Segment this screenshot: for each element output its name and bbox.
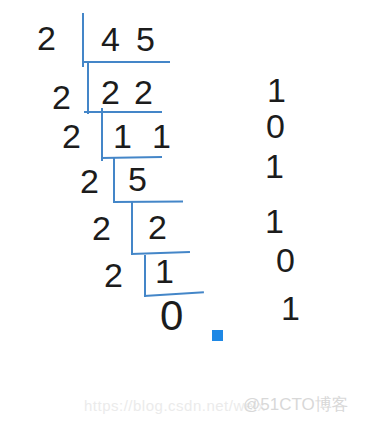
row1-digit-ones: 5 (136, 22, 155, 56)
row1-divisor: 2 (37, 21, 56, 55)
row3-bracket-hline (101, 156, 162, 159)
row4-digit: 5 (128, 162, 147, 196)
row5-remainder: 1 (265, 204, 284, 238)
selection-handle[interactable] (212, 330, 223, 341)
row2-divisor: 2 (52, 80, 71, 114)
row3-divisor: 2 (62, 119, 81, 153)
watermark-51cto-badge: @51CTO博客 (243, 396, 349, 414)
row6-remainder: 0 (276, 243, 295, 277)
row2-bracket-vline (87, 63, 89, 114)
row3-digit-ones: 1 (152, 119, 171, 153)
row4-bracket-vline (113, 158, 115, 202)
row2-digit-ones: 2 (134, 75, 153, 109)
row6-digit: 1 (155, 254, 174, 288)
watermark-csdn-url: https://blog.csdn.net/weix (84, 398, 265, 414)
row2-remainder: 1 (267, 73, 286, 107)
row2-digit-tens: 2 (101, 75, 120, 109)
row6-bracket-vline (144, 255, 146, 297)
row4-bracket-hline (113, 200, 183, 203)
row1-bracket-vline (82, 13, 84, 67)
row4-remainder: 1 (265, 149, 284, 183)
final-quotient-zero: 0 (160, 295, 183, 337)
row5-digit: 2 (148, 210, 167, 244)
division-ladder-diagram: 2 4 5 2 2 2 1 2 1 1 0 2 5 1 2 2 1 2 1 0 … (0, 0, 377, 424)
row1-digit-tens: 4 (101, 22, 120, 56)
row2-bracket-hline (84, 111, 162, 113)
row5-bracket-vline (131, 201, 133, 255)
row3-remainder: 0 (266, 109, 285, 143)
row1-bracket-hline (82, 61, 170, 63)
row7-remainder: 1 (281, 291, 300, 325)
row5-divisor: 2 (92, 211, 111, 245)
row3-digit-tens: 1 (113, 119, 132, 153)
row6-divisor: 2 (104, 258, 123, 292)
row3-bracket-vline (101, 108, 103, 161)
row4-divisor: 2 (80, 164, 99, 198)
